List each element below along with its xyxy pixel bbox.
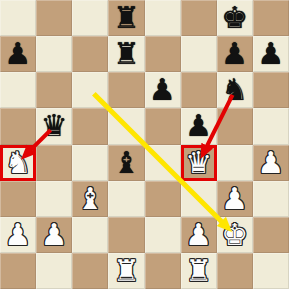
white-queen-f4[interactable]: ♛ — [185, 148, 212, 178]
square-f7[interactable] — [181, 36, 217, 72]
square-a5[interactable] — [0, 108, 36, 144]
square-e6[interactable]: ♟ — [145, 72, 181, 108]
square-h1[interactable] — [253, 253, 289, 289]
white-pawn-f2[interactable]: ♟ — [185, 220, 212, 250]
square-f2[interactable]: ♟ — [181, 217, 217, 253]
black-pawn-f5[interactable]: ♟ — [185, 111, 212, 141]
square-a8[interactable] — [0, 0, 36, 36]
square-f4[interactable]: ♛ — [181, 145, 217, 181]
square-g8[interactable]: ♚ — [217, 0, 253, 36]
square-c1[interactable] — [72, 253, 108, 289]
square-f1[interactable]: ♜ — [181, 253, 217, 289]
black-pawn-g7[interactable]: ♟ — [221, 39, 248, 69]
square-f3[interactable] — [181, 181, 217, 217]
square-b2[interactable]: ♟ — [36, 217, 72, 253]
square-a4[interactable]: ♞ — [0, 145, 36, 181]
square-d7[interactable]: ♜ — [108, 36, 144, 72]
black-knight-g6[interactable]: ♞ — [221, 75, 248, 105]
square-g6[interactable]: ♞ — [217, 72, 253, 108]
square-e1[interactable] — [145, 253, 181, 289]
square-g3[interactable]: ♟ — [217, 181, 253, 217]
square-d3[interactable] — [108, 181, 144, 217]
square-d1[interactable]: ♜ — [108, 253, 144, 289]
square-c3[interactable]: ♝ — [72, 181, 108, 217]
square-b7[interactable] — [36, 36, 72, 72]
square-b5[interactable]: ♛ — [36, 108, 72, 144]
square-d5[interactable] — [108, 108, 144, 144]
square-c6[interactable] — [72, 72, 108, 108]
square-b8[interactable] — [36, 0, 72, 36]
square-a3[interactable] — [0, 181, 36, 217]
square-b6[interactable] — [36, 72, 72, 108]
chess-board-screenshot: ♜♚♟♜♟♟♟♞♛♟♞♝♛♟♝♟♟♟♟♚♜♜ — [0, 0, 289, 289]
square-d6[interactable] — [108, 72, 144, 108]
square-c4[interactable] — [72, 145, 108, 181]
square-c2[interactable] — [72, 217, 108, 253]
square-c8[interactable] — [72, 0, 108, 36]
square-d8[interactable]: ♜ — [108, 0, 144, 36]
square-h5[interactable] — [253, 108, 289, 144]
white-knight-a4[interactable]: ♞ — [5, 148, 32, 178]
square-f6[interactable] — [181, 72, 217, 108]
black-queen-b5[interactable]: ♛ — [41, 111, 68, 141]
black-pawn-a7[interactable]: ♟ — [5, 39, 32, 69]
chess-board: ♜♚♟♜♟♟♟♞♛♟♞♝♛♟♝♟♟♟♟♚♜♜ — [0, 0, 289, 289]
square-g4[interactable] — [217, 145, 253, 181]
square-g7[interactable]: ♟ — [217, 36, 253, 72]
square-c7[interactable] — [72, 36, 108, 72]
square-e4[interactable] — [145, 145, 181, 181]
square-a6[interactable] — [0, 72, 36, 108]
square-d2[interactable] — [108, 217, 144, 253]
square-b4[interactable] — [36, 145, 72, 181]
square-g5[interactable] — [217, 108, 253, 144]
square-e5[interactable] — [145, 108, 181, 144]
white-pawn-h4[interactable]: ♟ — [257, 148, 284, 178]
square-e2[interactable] — [145, 217, 181, 253]
black-pawn-e6[interactable]: ♟ — [149, 75, 176, 105]
white-pawn-g3[interactable]: ♟ — [221, 184, 248, 214]
white-pawn-b2[interactable]: ♟ — [41, 220, 68, 250]
square-d4[interactable]: ♝ — [108, 145, 144, 181]
black-bishop-d4[interactable]: ♝ — [113, 148, 140, 178]
square-h4[interactable]: ♟ — [253, 145, 289, 181]
white-bishop-c3[interactable]: ♝ — [77, 184, 104, 214]
square-f8[interactable] — [181, 0, 217, 36]
square-g2[interactable]: ♚ — [217, 217, 253, 253]
white-rook-d1[interactable]: ♜ — [113, 256, 140, 286]
black-rook-d8[interactable]: ♜ — [113, 3, 140, 33]
square-a2[interactable]: ♟ — [0, 217, 36, 253]
square-e3[interactable] — [145, 181, 181, 217]
white-king-g2[interactable]: ♚ — [221, 220, 248, 250]
black-king-g8[interactable]: ♚ — [221, 3, 248, 33]
square-a7[interactable]: ♟ — [0, 36, 36, 72]
square-b3[interactable] — [36, 181, 72, 217]
square-h6[interactable] — [253, 72, 289, 108]
black-pawn-h7[interactable]: ♟ — [257, 39, 284, 69]
square-h2[interactable] — [253, 217, 289, 253]
white-rook-f1[interactable]: ♜ — [185, 256, 212, 286]
square-h3[interactable] — [253, 181, 289, 217]
square-h7[interactable]: ♟ — [253, 36, 289, 72]
square-f5[interactable]: ♟ — [181, 108, 217, 144]
square-c5[interactable] — [72, 108, 108, 144]
square-b1[interactable] — [36, 253, 72, 289]
square-g1[interactable] — [217, 253, 253, 289]
square-e8[interactable] — [145, 0, 181, 36]
white-pawn-a2[interactable]: ♟ — [5, 220, 32, 250]
square-a1[interactable] — [0, 253, 36, 289]
square-e7[interactable] — [145, 36, 181, 72]
square-h8[interactable] — [253, 0, 289, 36]
black-rook-d7[interactable]: ♜ — [113, 39, 140, 69]
